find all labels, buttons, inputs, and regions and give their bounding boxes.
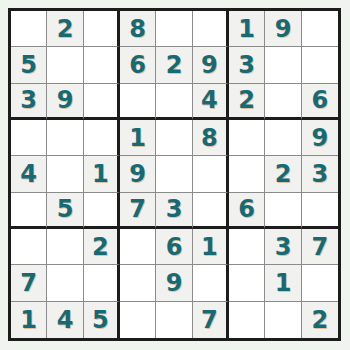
cell-r8c8[interactable]: 1 bbox=[265, 265, 301, 301]
cell-r7c4[interactable] bbox=[120, 229, 156, 265]
cell-r1c3[interactable] bbox=[84, 11, 120, 47]
page: 281956293394261894192357362613779114572 bbox=[0, 0, 350, 350]
cell-r1c1[interactable] bbox=[11, 11, 47, 47]
cell-r6c9[interactable] bbox=[302, 193, 338, 229]
cell-r9c6[interactable]: 7 bbox=[193, 302, 229, 338]
cell-r7c6[interactable]: 1 bbox=[193, 229, 229, 265]
cell-r3c6[interactable]: 4 bbox=[193, 84, 229, 120]
cell-r7c2[interactable] bbox=[47, 229, 83, 265]
cell-r3c3[interactable] bbox=[84, 84, 120, 120]
cell-r6c5[interactable]: 3 bbox=[156, 193, 192, 229]
cell-r5c4[interactable]: 9 bbox=[120, 156, 156, 192]
cell-r5c2[interactable] bbox=[47, 156, 83, 192]
cell-r3c2[interactable]: 9 bbox=[47, 84, 83, 120]
cell-r4c1[interactable] bbox=[11, 120, 47, 156]
cell-r8c3[interactable] bbox=[84, 265, 120, 301]
cell-r6c1[interactable] bbox=[11, 193, 47, 229]
cell-r9c8[interactable] bbox=[265, 302, 301, 338]
cell-r9c7[interactable] bbox=[229, 302, 265, 338]
cell-r9c1[interactable]: 1 bbox=[11, 302, 47, 338]
cell-r3c4[interactable] bbox=[120, 84, 156, 120]
cell-r9c5[interactable] bbox=[156, 302, 192, 338]
cell-r8c5[interactable]: 9 bbox=[156, 265, 192, 301]
cell-r2c1[interactable]: 5 bbox=[11, 47, 47, 83]
cell-r6c3[interactable] bbox=[84, 193, 120, 229]
cell-r5c8[interactable]: 2 bbox=[265, 156, 301, 192]
cell-r1c2[interactable]: 2 bbox=[47, 11, 83, 47]
cell-r8c9[interactable] bbox=[302, 265, 338, 301]
cell-r1c8[interactable]: 9 bbox=[265, 11, 301, 47]
cell-r7c5[interactable]: 6 bbox=[156, 229, 192, 265]
cell-r5c5[interactable] bbox=[156, 156, 192, 192]
cell-r7c3[interactable]: 2 bbox=[84, 229, 120, 265]
cell-r6c4[interactable]: 7 bbox=[120, 193, 156, 229]
cell-r2c7[interactable]: 3 bbox=[229, 47, 265, 83]
cell-r1c6[interactable] bbox=[193, 11, 229, 47]
cell-r5c1[interactable]: 4 bbox=[11, 156, 47, 192]
cell-r7c1[interactable] bbox=[11, 229, 47, 265]
cell-r5c3[interactable]: 1 bbox=[84, 156, 120, 192]
cell-r6c2[interactable]: 5 bbox=[47, 193, 83, 229]
cell-r4c8[interactable] bbox=[265, 120, 301, 156]
cell-r8c2[interactable] bbox=[47, 265, 83, 301]
cell-r4c3[interactable] bbox=[84, 120, 120, 156]
cell-r1c9[interactable] bbox=[302, 11, 338, 47]
cell-r4c5[interactable] bbox=[156, 120, 192, 156]
cell-r7c8[interactable]: 3 bbox=[265, 229, 301, 265]
cell-r3c9[interactable]: 6 bbox=[302, 84, 338, 120]
cell-r3c8[interactable] bbox=[265, 84, 301, 120]
cell-r5c7[interactable] bbox=[229, 156, 265, 192]
cell-r4c4[interactable]: 1 bbox=[120, 120, 156, 156]
cell-r6c7[interactable]: 6 bbox=[229, 193, 265, 229]
cell-r3c7[interactable]: 2 bbox=[229, 84, 265, 120]
cell-r5c6[interactable] bbox=[193, 156, 229, 192]
cell-r9c4[interactable] bbox=[120, 302, 156, 338]
cell-r2c6[interactable]: 9 bbox=[193, 47, 229, 83]
cell-r7c7[interactable] bbox=[229, 229, 265, 265]
cell-r5c9[interactable]: 3 bbox=[302, 156, 338, 192]
cell-r8c1[interactable]: 7 bbox=[11, 265, 47, 301]
cell-r1c7[interactable]: 1 bbox=[229, 11, 265, 47]
cell-r2c2[interactable] bbox=[47, 47, 83, 83]
cell-r2c9[interactable] bbox=[302, 47, 338, 83]
cell-r4c2[interactable] bbox=[47, 120, 83, 156]
cell-r4c9[interactable]: 9 bbox=[302, 120, 338, 156]
cell-r1c4[interactable]: 8 bbox=[120, 11, 156, 47]
cell-r2c4[interactable]: 6 bbox=[120, 47, 156, 83]
cell-r9c2[interactable]: 4 bbox=[47, 302, 83, 338]
cell-r8c4[interactable] bbox=[120, 265, 156, 301]
cell-r1c5[interactable] bbox=[156, 11, 192, 47]
cell-r4c7[interactable] bbox=[229, 120, 265, 156]
cell-r2c3[interactable] bbox=[84, 47, 120, 83]
cell-r8c6[interactable] bbox=[193, 265, 229, 301]
cell-r3c1[interactable]: 3 bbox=[11, 84, 47, 120]
cell-r9c9[interactable]: 2 bbox=[302, 302, 338, 338]
cell-r6c6[interactable] bbox=[193, 193, 229, 229]
cell-r3c5[interactable] bbox=[156, 84, 192, 120]
cell-r8c7[interactable] bbox=[229, 265, 265, 301]
cell-r7c9[interactable]: 7 bbox=[302, 229, 338, 265]
cell-r9c3[interactable]: 5 bbox=[84, 302, 120, 338]
cell-r4c6[interactable]: 8 bbox=[193, 120, 229, 156]
cell-r2c8[interactable] bbox=[265, 47, 301, 83]
cell-r6c8[interactable] bbox=[265, 193, 301, 229]
cell-r2c5[interactable]: 2 bbox=[156, 47, 192, 83]
sudoku-board: 281956293394261894192357362613779114572 bbox=[8, 8, 341, 341]
